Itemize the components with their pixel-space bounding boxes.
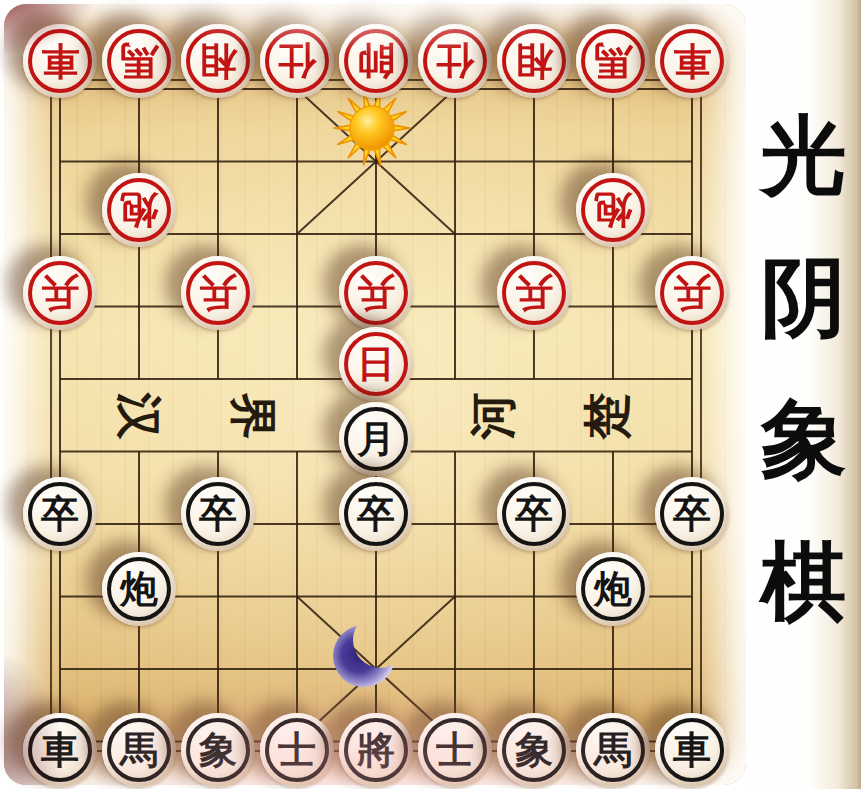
piece-black-r10f4[interactable]: 士 — [260, 713, 334, 787]
piece-glyph: 馬 — [120, 42, 158, 80]
piece-red-r3f8[interactable]: 炮 — [576, 173, 650, 247]
piece-glyph: 車 — [673, 731, 711, 769]
piece-black-r8f8[interactable]: 炮 — [576, 552, 650, 626]
river-label-he: 河 — [469, 393, 516, 440]
piece-black-r7f3[interactable]: 卒 — [181, 477, 255, 551]
piece-black-r10f1[interactable]: 車 — [23, 713, 97, 787]
piece-glyph: 卒 — [673, 495, 711, 533]
title-char-yin: 阴 — [761, 254, 847, 340]
piece-glyph: 卒 — [515, 495, 553, 533]
title-char-qi: 棋 — [761, 538, 847, 624]
piece-glyph: 仕 — [278, 42, 316, 80]
piece-glyph: 仕 — [436, 42, 474, 80]
piece-red-r5f5[interactable]: 日 — [339, 327, 413, 401]
piece-glyph: 帥 — [357, 42, 395, 80]
piece-glyph: 士 — [436, 731, 474, 769]
piece-red-r1f8[interactable]: 馬 — [576, 24, 650, 98]
piece-glyph: 士 — [278, 731, 316, 769]
piece-red-r1f2[interactable]: 馬 — [102, 24, 176, 98]
piece-black-r10f3[interactable]: 象 — [181, 713, 255, 787]
river-label-chu: 楚 — [583, 393, 630, 440]
piece-red-r4f5[interactable]: 兵 — [339, 256, 413, 330]
xiangqi-board-photo: 汉 界 河 楚 車馬相仕帥仕相馬車炮炮兵兵兵兵兵日月卒卒卒卒 — [4, 4, 746, 785]
piece-glyph: 兵 — [673, 274, 711, 312]
piece-glyph: 馬 — [594, 731, 632, 769]
piece-glyph: 月 — [357, 420, 395, 458]
piece-red-r4f3[interactable]: 兵 — [181, 256, 255, 330]
piece-glyph: 卒 — [41, 495, 79, 533]
piece-glyph: 相 — [199, 42, 237, 80]
piece-glyph: 兵 — [199, 274, 237, 312]
piece-glyph: 車 — [673, 42, 711, 80]
piece-glyph: 兵 — [515, 274, 553, 312]
piece-glyph: 炮 — [594, 570, 632, 608]
piece-black-r10f2[interactable]: 馬 — [102, 713, 176, 787]
piece-glyph: 馬 — [120, 731, 158, 769]
piece-glyph: 兵 — [357, 274, 395, 312]
piece-glyph: 象 — [199, 731, 237, 769]
piece-glyph: 炮 — [120, 570, 158, 608]
piece-black-r7f1[interactable]: 卒 — [23, 477, 97, 551]
piece-black-r10f5[interactable]: 將 — [339, 713, 413, 787]
piece-red-r1f3[interactable]: 相 — [181, 24, 255, 98]
river-label-han: 汉 — [116, 393, 163, 440]
piece-black-r10f9[interactable]: 車 — [655, 713, 729, 787]
piece-glyph: 車 — [41, 42, 79, 80]
piece-glyph: 將 — [357, 731, 395, 769]
title-strip: 光 阴 象 棋 — [746, 0, 861, 789]
piece-red-r4f1[interactable]: 兵 — [23, 256, 97, 330]
piece-glyph: 卒 — [199, 495, 237, 533]
piece-red-r1f6[interactable]: 仕 — [418, 24, 492, 98]
piece-red-r1f9[interactable]: 車 — [655, 24, 729, 98]
piece-glyph: 相 — [515, 42, 553, 80]
piece-glyph: 日 — [357, 345, 395, 383]
piece-glyph: 炮 — [594, 191, 632, 229]
moon-icon — [331, 614, 405, 696]
river-label-jie: 界 — [230, 393, 277, 440]
piece-black-r7f5[interactable]: 卒 — [339, 477, 413, 551]
sun-icon — [333, 89, 411, 171]
piece-red-r1f7[interactable]: 相 — [497, 24, 571, 98]
piece-black-r10f7[interactable]: 象 — [497, 713, 571, 787]
piece-red-r4f9[interactable]: 兵 — [655, 256, 729, 330]
piece-red-r1f5[interactable]: 帥 — [339, 24, 413, 98]
piece-black-r7f7[interactable]: 卒 — [497, 477, 571, 551]
piece-glyph: 馬 — [594, 42, 632, 80]
piece-black-r7f9[interactable]: 卒 — [655, 477, 729, 551]
piece-glyph: 兵 — [41, 274, 79, 312]
piece-red-r3f2[interactable]: 炮 — [102, 173, 176, 247]
piece-red-r1f1[interactable]: 車 — [23, 24, 97, 98]
piece-glyph: 卒 — [357, 495, 395, 533]
piece-black-r10f6[interactable]: 士 — [418, 713, 492, 787]
piece-black-r10f8[interactable]: 馬 — [576, 713, 650, 787]
piece-glyph: 象 — [515, 731, 553, 769]
piece-black-r6f5[interactable]: 月 — [339, 402, 413, 476]
piece-red-r4f7[interactable]: 兵 — [497, 256, 571, 330]
title-char-guang: 光 — [761, 112, 847, 198]
piece-red-r1f4[interactable]: 仕 — [260, 24, 334, 98]
piece-black-r8f2[interactable]: 炮 — [102, 552, 176, 626]
piece-glyph: 車 — [41, 731, 79, 769]
title-char-xiang: 象 — [761, 396, 847, 482]
piece-glyph: 炮 — [120, 191, 158, 229]
